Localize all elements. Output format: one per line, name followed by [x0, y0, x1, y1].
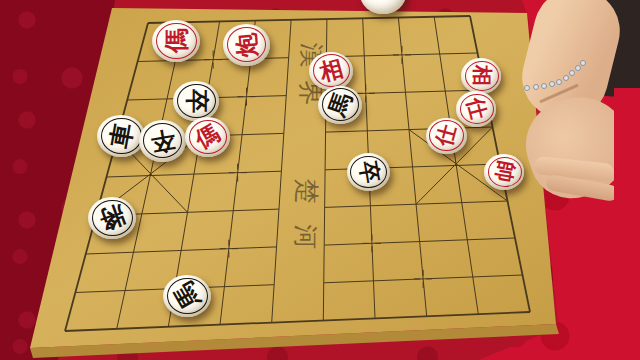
piece-face: 馬 [167, 278, 207, 314]
player-clothing-edge [614, 88, 640, 360]
bracelet-bead [533, 84, 539, 90]
piece-red-elephant[interactable]: 相 [461, 58, 501, 93]
piece-red-advisor[interactable]: 仕 [456, 91, 496, 126]
piece-character: 車 [107, 121, 136, 150]
piece-character: 卒 [149, 127, 177, 155]
piece-black-soldier[interactable]: 卒 [347, 153, 390, 191]
bracelet-bead [556, 79, 562, 85]
piece-face: 卒 [350, 156, 386, 188]
piece-face: 卒 [177, 84, 216, 118]
piece-face: 卒 [143, 123, 183, 158]
piece-character: 卒 [185, 89, 209, 113]
piece-character: 帥 [492, 160, 516, 184]
piece-black-horse[interactable]: 馬 [163, 275, 211, 317]
piece-character: 傌 [164, 28, 189, 53]
piece-red-horse[interactable]: 傌 [185, 117, 230, 157]
piece-character: 相 [471, 65, 492, 86]
piece-face: 相 [465, 61, 499, 91]
piece-character: 仕 [464, 96, 490, 122]
piece-black-general[interactable]: 將 [88, 197, 136, 239]
piece-red-cannon[interactable]: 炮 [223, 24, 270, 65]
piece-face: 車 [101, 118, 141, 154]
river-text-char: 河 [291, 224, 320, 249]
piece-character: 馬 [170, 279, 204, 313]
piece-face: 傌 [156, 23, 196, 59]
piece-face: 傌 [189, 120, 227, 154]
piece-character: 馬 [326, 90, 355, 119]
bracelet-bead [575, 65, 581, 71]
bracelet-bead [563, 75, 569, 81]
piece-character: 卒 [356, 159, 381, 184]
piece-character: 仕 [434, 123, 460, 149]
piece-face: 馬 [322, 88, 359, 121]
bracelet-bead [580, 60, 586, 66]
river-text-char: 楚 [292, 179, 321, 204]
piece-black-horse[interactable]: 馬 [318, 86, 362, 125]
piece-black-soldier[interactable]: 卒 [139, 120, 186, 161]
piece-face: 將 [92, 200, 132, 236]
piece-black-chariot[interactable]: 車 [97, 115, 145, 157]
piece-character: 將 [96, 202, 128, 234]
piece-red-horse[interactable]: 傌 [152, 20, 200, 62]
piece-red-advisor[interactable]: 仕 [426, 118, 467, 154]
piece-black-soldier[interactable]: 卒 [173, 81, 219, 121]
piece-character: 相 [317, 57, 345, 85]
bracelet-bead [541, 83, 547, 89]
bracelet-bead [524, 85, 530, 91]
piece-face: 炮 [227, 27, 267, 62]
piece-face: 帥 [488, 157, 522, 187]
piece-character: 傌 [192, 121, 223, 152]
piece-face: 仕 [429, 120, 464, 151]
photo-stage: 漢界楚河 傌炮相馬相仕卒車卒傌仕卒帥將馬 [0, 0, 640, 360]
piece-face: 仕 [460, 94, 494, 124]
piece-face: 相 [313, 54, 350, 87]
piece-red-general[interactable]: 帥 [484, 154, 524, 189]
bracelet-bead [549, 81, 555, 87]
piece-red-elephant[interactable]: 相 [309, 52, 353, 91]
piece-character: 炮 [234, 32, 260, 58]
